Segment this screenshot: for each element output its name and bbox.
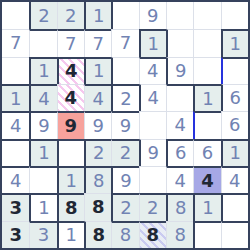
- cell-digit: 9: [120, 172, 131, 190]
- cell-digit: 4: [10, 172, 21, 190]
- cell-r7c6[interactable]: 8: [166, 193, 193, 220]
- cell-digit: 4: [65, 62, 78, 80]
- cell-r8c4[interactable]: 8: [111, 221, 138, 248]
- cell-digit: 9: [147, 7, 158, 25]
- cell-r8c8[interactable]: [221, 221, 248, 248]
- cell-r8c3[interactable]: 8: [84, 221, 111, 248]
- cell-r2c0[interactable]: [2, 57, 29, 84]
- cell-digit: 8: [92, 198, 105, 216]
- cell-r6c1[interactable]: [29, 166, 56, 193]
- cell-digit: 4: [174, 116, 185, 134]
- cell-r1c6[interactable]: [166, 29, 193, 56]
- cell-digit: 8: [174, 226, 185, 244]
- cell-digit: 1: [230, 35, 241, 53]
- cell-r0c0[interactable]: [2, 2, 29, 29]
- cell-digit: 9: [92, 117, 103, 135]
- cell-digit: 4: [201, 172, 214, 190]
- cell-digit: 8: [147, 226, 160, 244]
- cell-digit: 1: [10, 90, 21, 108]
- cell-r7c2[interactable]: 8: [57, 193, 84, 220]
- cell-digit: 1: [38, 144, 49, 162]
- cell-r7c0[interactable]: 3: [2, 193, 29, 220]
- cell-digit: 1: [66, 226, 77, 244]
- cell-digit: 8: [120, 226, 131, 244]
- cell-r1c5[interactable]: 1: [139, 29, 166, 56]
- cell-r8c7[interactable]: [193, 221, 220, 248]
- fillomino-board: 2219777711141491444241649999461229661418…: [0, 0, 250, 250]
- cell-r4c5[interactable]: [139, 111, 166, 138]
- cell-digit: 4: [10, 117, 21, 135]
- cell-digit: 4: [229, 172, 240, 190]
- cell-r2c8[interactable]: [221, 57, 248, 84]
- cell-r6c3[interactable]: 8: [84, 166, 111, 193]
- cell-r1c3[interactable]: 7: [84, 29, 111, 56]
- cell-digit: 1: [202, 90, 213, 108]
- cell-r8c2[interactable]: 1: [57, 221, 84, 248]
- cell-r0c2[interactable]: 2: [57, 2, 84, 29]
- cell-r6c7[interactable]: 4: [193, 166, 220, 193]
- cell-r4c1[interactable]: 9: [29, 111, 56, 138]
- cell-digit: 4: [174, 172, 185, 190]
- cell-digit: 4: [65, 89, 78, 107]
- cell-digit: 4: [147, 62, 158, 80]
- cell-r5c8[interactable]: 1: [221, 139, 248, 166]
- cell-digit: 4: [92, 90, 103, 108]
- cell-digit: 8: [93, 172, 104, 190]
- cell-digit: 1: [38, 199, 49, 217]
- cell-digit: 2: [38, 7, 49, 25]
- cell-r6c4[interactable]: 9: [111, 166, 138, 193]
- cell-digit: 9: [175, 62, 186, 80]
- cell-digit: 6: [202, 144, 213, 162]
- cell-r5c3[interactable]: 2: [84, 139, 111, 166]
- cell-r7c7[interactable]: 1: [193, 193, 220, 220]
- cell-r1c2[interactable]: 7: [57, 29, 84, 56]
- cell-digit: 6: [175, 144, 186, 162]
- cell-digit: 1: [93, 7, 104, 25]
- cell-r2c6[interactable]: 9: [166, 57, 193, 84]
- cell-r7c4[interactable]: 2: [111, 193, 138, 220]
- cell-digit: 1: [38, 62, 49, 80]
- cell-r2c3[interactable]: 1: [84, 57, 111, 84]
- cell-r3c3[interactable]: 4: [84, 84, 111, 111]
- cell-digit: 2: [120, 90, 131, 108]
- cell-r1c8[interactable]: 1: [221, 29, 248, 56]
- cell-r3c0[interactable]: 1: [2, 84, 29, 111]
- cell-r4c0[interactable]: 4: [2, 111, 29, 138]
- cell-r7c3[interactable]: 8: [84, 193, 111, 220]
- cell-r0c7[interactable]: [193, 2, 220, 29]
- cell-r1c7[interactable]: [193, 29, 220, 56]
- cell-r3c7[interactable]: 1: [193, 84, 220, 111]
- cell-r3c1[interactable]: 4: [29, 84, 56, 111]
- cell-r2c2[interactable]: 4: [57, 57, 84, 84]
- cell-r4c4[interactable]: 9: [111, 111, 138, 138]
- cell-r1c4[interactable]: 7: [111, 29, 138, 56]
- cell-digit: 7: [65, 35, 76, 53]
- cell-digit: 1: [202, 199, 213, 217]
- cell-r5c7[interactable]: 6: [193, 139, 220, 166]
- cell-digit: 7: [120, 34, 131, 52]
- cell-r3c6[interactable]: [166, 84, 193, 111]
- cell-r6c0[interactable]: 4: [2, 166, 29, 193]
- cell-digit: 4: [38, 90, 49, 108]
- cell-r8c0[interactable]: 3: [2, 221, 29, 248]
- cell-r5c4[interactable]: 2: [111, 139, 138, 166]
- cell-r4c3[interactable]: 9: [84, 111, 111, 138]
- cell-digit: 1: [66, 172, 77, 190]
- cell-r1c0[interactable]: 7: [2, 29, 29, 56]
- cell-r4c2[interactable]: 9: [57, 111, 84, 138]
- cell-digit: 9: [148, 144, 159, 162]
- cell-r6c6[interactable]: 4: [166, 166, 193, 193]
- cell-digit: 2: [65, 7, 76, 25]
- cell-digit: 4: [148, 89, 159, 107]
- cell-r3c4[interactable]: 2: [111, 84, 138, 111]
- cell-r7c1[interactable]: 1: [29, 193, 56, 220]
- cell-r4c7[interactable]: [193, 111, 220, 138]
- cell-r2c7[interactable]: [193, 57, 220, 84]
- cell-digit: 9: [65, 117, 78, 135]
- cell-r5c0[interactable]: [2, 139, 29, 166]
- cell-digit: 1: [230, 144, 241, 162]
- cell-r8c1[interactable]: 3: [29, 221, 56, 248]
- cell-r1c1[interactable]: [29, 29, 56, 56]
- cell-r7c5[interactable]: 2: [139, 193, 166, 220]
- cell-r5c5[interactable]: 9: [139, 139, 166, 166]
- cell-digit: 9: [38, 117, 49, 135]
- cell-r0c3[interactable]: 1: [84, 2, 111, 29]
- cell-r5c2[interactable]: [57, 139, 84, 166]
- cell-r7c8[interactable]: [221, 193, 248, 220]
- cell-r4c6[interactable]: 4: [166, 111, 193, 138]
- cell-digit: 1: [93, 62, 104, 80]
- cell-r0c6[interactable]: [166, 2, 193, 29]
- cell-r2c5[interactable]: 4: [139, 57, 166, 84]
- cell-r8c6[interactable]: 8: [166, 221, 193, 248]
- cell-digit: 8: [65, 199, 78, 217]
- cell-digit: 3: [9, 199, 22, 217]
- cell-r4c8[interactable]: 6: [221, 111, 248, 138]
- cell-digit: 7: [92, 35, 103, 53]
- cell-digit: 6: [229, 116, 240, 134]
- cell-r5c1[interactable]: 1: [29, 139, 56, 166]
- cell-r0c5[interactable]: 9: [139, 2, 166, 29]
- cell-digit: 7: [10, 34, 21, 52]
- cell-r3c5[interactable]: 4: [139, 84, 166, 111]
- cell-digit: 2: [93, 144, 104, 162]
- cell-r5c6[interactable]: 6: [166, 139, 193, 166]
- cell-r2c1[interactable]: 1: [29, 57, 56, 84]
- cell-r6c8[interactable]: 4: [221, 166, 248, 193]
- cell-r3c2[interactable]: 4: [57, 84, 84, 111]
- cell-digit: 1: [148, 35, 159, 53]
- cell-r8c5[interactable]: 8: [139, 221, 166, 248]
- cell-digit: 3: [9, 226, 22, 244]
- cell-r6c5[interactable]: [139, 166, 166, 193]
- cell-r0c1[interactable]: 2: [29, 2, 56, 29]
- cell-digit: 2: [120, 144, 131, 162]
- cell-digit: 8: [92, 226, 105, 244]
- cell-digit: 8: [175, 199, 186, 217]
- cell-digit: 2: [147, 199, 158, 217]
- cell-r6c2[interactable]: 1: [57, 166, 84, 193]
- cell-digit: 2: [120, 199, 131, 217]
- cell-r0c4[interactable]: [111, 2, 138, 29]
- cell-r0c8[interactable]: [221, 2, 248, 29]
- cell-r2c4[interactable]: [111, 57, 138, 84]
- cell-digit: 9: [120, 117, 131, 135]
- cell-r3c8[interactable]: 6: [221, 84, 248, 111]
- cell-digit: 6: [230, 89, 241, 107]
- cell-digit: 3: [38, 226, 49, 244]
